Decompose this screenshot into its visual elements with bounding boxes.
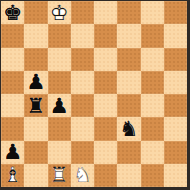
black-king-outline-icon: ♔ [1,1,24,24]
square-g7[interactable] [141,24,164,47]
square-b3[interactable] [24,117,47,140]
square-e4[interactable] [94,94,117,117]
square-c1[interactable]: ♜♖ [48,164,71,187]
square-f6[interactable] [117,48,140,71]
square-b7[interactable] [24,24,47,47]
square-b2[interactable] [24,141,47,164]
square-e8[interactable] [94,1,117,24]
square-g6[interactable] [141,48,164,71]
piece-black-pawn: ♟♙ [48,94,71,117]
square-g3[interactable] [141,117,164,140]
square-h6[interactable] [164,48,187,71]
black-pawn-outline-icon: ♙ [1,141,24,164]
square-g8[interactable] [141,1,164,24]
white-king-outline-icon: ♔ [48,1,71,24]
black-pawn-outline-icon: ♙ [24,71,47,94]
square-h5[interactable] [164,71,187,94]
square-c5[interactable] [48,71,71,94]
square-b6[interactable] [24,48,47,71]
white-bishop-outline-icon: ♗ [1,164,24,187]
square-a3[interactable] [1,117,24,140]
square-h3[interactable] [164,117,187,140]
black-king-icon: ♚ [1,1,24,24]
square-b4[interactable]: ♜♖ [24,94,47,117]
black-rook-outline-icon: ♖ [24,94,47,117]
piece-white-rook: ♜♖ [48,164,71,187]
black-pawn-icon: ♟ [24,71,47,94]
piece-black-rook: ♜♖ [24,94,47,117]
black-rook-icon: ♜ [24,94,47,117]
white-knight-icon: ♞ [71,164,94,187]
square-a7[interactable] [1,24,24,47]
square-d3[interactable] [71,117,94,140]
square-g4[interactable] [141,94,164,117]
piece-black-knight: ♞♘ [117,117,140,140]
square-f4[interactable] [117,94,140,117]
square-b5[interactable]: ♟♙ [24,71,47,94]
white-rook-outline-icon: ♖ [48,164,71,187]
square-c8[interactable]: ♚♔ [48,1,71,24]
square-g5[interactable] [141,71,164,94]
square-c7[interactable] [48,24,71,47]
square-e2[interactable] [94,141,117,164]
square-h4[interactable] [164,94,187,117]
square-f8[interactable] [117,1,140,24]
square-f2[interactable] [117,141,140,164]
square-d1[interactable]: ♞♘ [71,164,94,187]
square-d6[interactable] [71,48,94,71]
piece-black-pawn: ♟♙ [1,141,24,164]
square-a2[interactable]: ♟♙ [1,141,24,164]
black-knight-icon: ♞ [117,117,140,140]
square-c3[interactable] [48,117,71,140]
piece-white-bishop: ♝♗ [1,164,24,187]
square-d8[interactable] [71,1,94,24]
chess-board: ♚♔♚♔♟♙♜♖♟♙♞♘♟♙♝♗♜♖♞♘ [0,0,190,190]
white-knight-outline-icon: ♘ [71,164,94,187]
black-pawn-outline-icon: ♙ [48,94,71,117]
white-rook-icon: ♜ [48,164,71,187]
square-d7[interactable] [71,24,94,47]
square-e3[interactable] [94,117,117,140]
square-h2[interactable] [164,141,187,164]
square-b8[interactable] [24,1,47,24]
square-e6[interactable] [94,48,117,71]
square-h7[interactable] [164,24,187,47]
square-e7[interactable] [94,24,117,47]
square-a1[interactable]: ♝♗ [1,164,24,187]
square-f5[interactable] [117,71,140,94]
square-f1[interactable] [117,164,140,187]
white-bishop-icon: ♝ [1,164,24,187]
white-king-icon: ♚ [48,1,71,24]
square-a8[interactable]: ♚♔ [1,1,24,24]
black-pawn-icon: ♟ [48,94,71,117]
square-c4[interactable]: ♟♙ [48,94,71,117]
square-h1[interactable] [164,164,187,187]
square-c6[interactable] [48,48,71,71]
square-a6[interactable] [1,48,24,71]
square-d2[interactable] [71,141,94,164]
square-d4[interactable] [71,94,94,117]
square-f3[interactable]: ♞♘ [117,117,140,140]
square-e1[interactable] [94,164,117,187]
piece-white-knight: ♞♘ [71,164,94,187]
piece-black-pawn: ♟♙ [24,71,47,94]
square-h8[interactable] [164,1,187,24]
square-a5[interactable] [1,71,24,94]
square-d5[interactable] [71,71,94,94]
square-g2[interactable] [141,141,164,164]
piece-white-king: ♚♔ [48,1,71,24]
black-knight-outline-icon: ♘ [117,117,140,140]
piece-black-king: ♚♔ [1,1,24,24]
square-a4[interactable] [1,94,24,117]
square-e5[interactable] [94,71,117,94]
square-g1[interactable] [141,164,164,187]
square-b1[interactable] [24,164,47,187]
square-c2[interactable] [48,141,71,164]
black-pawn-icon: ♟ [1,141,24,164]
square-f7[interactable] [117,24,140,47]
